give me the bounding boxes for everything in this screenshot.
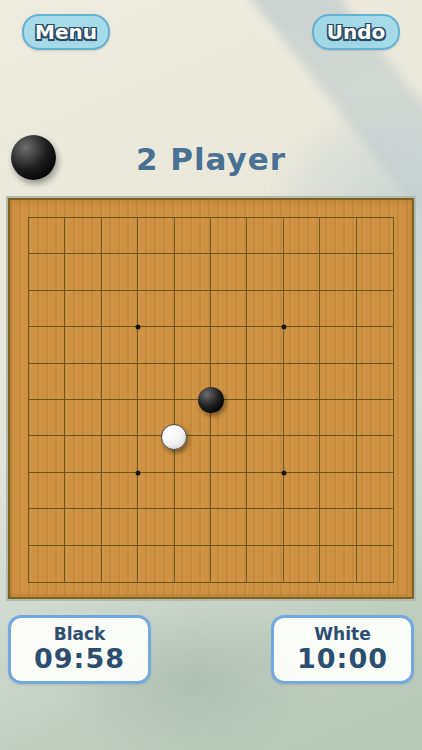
board-cell[interactable] (29, 546, 65, 582)
board-cell[interactable] (102, 218, 138, 254)
board-cell[interactable] (247, 218, 283, 254)
board-cell[interactable] (247, 400, 283, 436)
board-cell[interactable] (211, 473, 247, 509)
board-cell[interactable] (357, 327, 393, 363)
board-cell[interactable] (247, 436, 283, 472)
board-cell[interactable] (65, 218, 101, 254)
board-cell[interactable] (29, 473, 65, 509)
board-cell[interactable] (247, 546, 283, 582)
board-cell[interactable] (175, 400, 211, 436)
board-cell[interactable] (284, 436, 320, 472)
board-cell[interactable] (284, 327, 320, 363)
board-cell[interactable] (320, 473, 356, 509)
board-cell[interactable] (320, 546, 356, 582)
board-cell[interactable] (175, 473, 211, 509)
board-cell[interactable] (357, 254, 393, 290)
board-cell[interactable] (65, 400, 101, 436)
board-cell[interactable] (320, 327, 356, 363)
board-cell[interactable] (138, 509, 174, 545)
board-cell[interactable] (284, 473, 320, 509)
board-cell[interactable] (29, 364, 65, 400)
board-cell[interactable] (357, 509, 393, 545)
page-title: 2 Player (0, 141, 422, 177)
board-cell[interactable] (357, 473, 393, 509)
board-cell[interactable] (65, 327, 101, 363)
board-cell[interactable] (138, 291, 174, 327)
board-cell[interactable] (138, 400, 174, 436)
board-cell[interactable] (102, 327, 138, 363)
board-cell[interactable] (357, 218, 393, 254)
board-cell[interactable] (65, 364, 101, 400)
board-cell[interactable] (102, 473, 138, 509)
board-cell[interactable] (175, 218, 211, 254)
board-cell[interactable] (357, 291, 393, 327)
board-cell[interactable] (247, 509, 283, 545)
board-cell[interactable] (284, 400, 320, 436)
board-cell[interactable] (284, 364, 320, 400)
board-cell[interactable] (29, 400, 65, 436)
board-cell[interactable] (284, 218, 320, 254)
board-cell[interactable] (102, 291, 138, 327)
board-cell[interactable] (357, 436, 393, 472)
board-cell[interactable] (175, 291, 211, 327)
board-cell[interactable] (102, 254, 138, 290)
board-cell[interactable] (320, 364, 356, 400)
go-board[interactable] (8, 198, 414, 599)
board-cell[interactable] (138, 327, 174, 363)
board-cell[interactable] (320, 291, 356, 327)
board-cell[interactable] (65, 254, 101, 290)
board-cell[interactable] (175, 327, 211, 363)
board-cell[interactable] (284, 291, 320, 327)
white-clock-label: White (314, 625, 370, 645)
board-cell[interactable] (138, 364, 174, 400)
board-cell[interactable] (320, 400, 356, 436)
board-cell[interactable] (175, 254, 211, 290)
board-cell[interactable] (29, 509, 65, 545)
board-cell[interactable] (138, 218, 174, 254)
black-clock: Black 09:58 (8, 615, 151, 684)
black-clock-label: Black (54, 625, 106, 645)
board-cell[interactable] (29, 436, 65, 472)
board-cell[interactable] (320, 254, 356, 290)
board-cell[interactable] (175, 364, 211, 400)
board-cell[interactable] (247, 291, 283, 327)
black-clock-time: 09:58 (34, 644, 125, 674)
board-cell[interactable] (65, 546, 101, 582)
board-cell[interactable] (138, 254, 174, 290)
board-cell[interactable] (211, 400, 247, 436)
board-cell[interactable] (102, 436, 138, 472)
board-cell[interactable] (175, 436, 211, 472)
board-cell[interactable] (247, 254, 283, 290)
app-screen: Menu Undo 2 Player Black 09:58 White 10:… (0, 0, 422, 750)
board-cell[interactable] (211, 364, 247, 400)
board-cell[interactable] (357, 400, 393, 436)
board-cell[interactable] (29, 218, 65, 254)
board-cell[interactable] (247, 364, 283, 400)
board-cell[interactable] (65, 436, 101, 472)
board-cell[interactable] (284, 509, 320, 545)
board-cell[interactable] (102, 364, 138, 400)
board-cell[interactable] (65, 473, 101, 509)
board-cell[interactable] (357, 364, 393, 400)
board-cell[interactable] (211, 254, 247, 290)
menu-button[interactable]: Menu (22, 14, 110, 50)
board-cell[interactable] (247, 327, 283, 363)
board-cell[interactable] (102, 509, 138, 545)
board-cell[interactable] (320, 509, 356, 545)
board-cell[interactable] (211, 218, 247, 254)
board-cell[interactable] (175, 509, 211, 545)
board-cell[interactable] (320, 436, 356, 472)
board-cell[interactable] (284, 254, 320, 290)
board-cell[interactable] (175, 546, 211, 582)
board-cell[interactable] (138, 436, 174, 472)
board-cell[interactable] (102, 400, 138, 436)
board-cell[interactable] (211, 546, 247, 582)
board-cell[interactable] (102, 546, 138, 582)
undo-button[interactable]: Undo (312, 14, 400, 50)
board-grid[interactable] (28, 217, 394, 583)
board-cell[interactable] (320, 218, 356, 254)
board-cell[interactable] (65, 509, 101, 545)
board-cell[interactable] (29, 327, 65, 363)
board-cell[interactable] (284, 546, 320, 582)
board-cell[interactable] (211, 509, 247, 545)
white-clock-time: 10:00 (297, 644, 388, 674)
board-cell[interactable] (138, 546, 174, 582)
board-cell[interactable] (29, 291, 65, 327)
board-cell[interactable] (211, 436, 247, 472)
board-cell[interactable] (138, 473, 174, 509)
board-cell[interactable] (357, 546, 393, 582)
board-cell[interactable] (247, 473, 283, 509)
board-cell[interactable] (211, 327, 247, 363)
board-cell[interactable] (29, 254, 65, 290)
board-cell[interactable] (211, 291, 247, 327)
board-cell[interactable] (65, 291, 101, 327)
white-clock: White 10:00 (271, 615, 414, 684)
